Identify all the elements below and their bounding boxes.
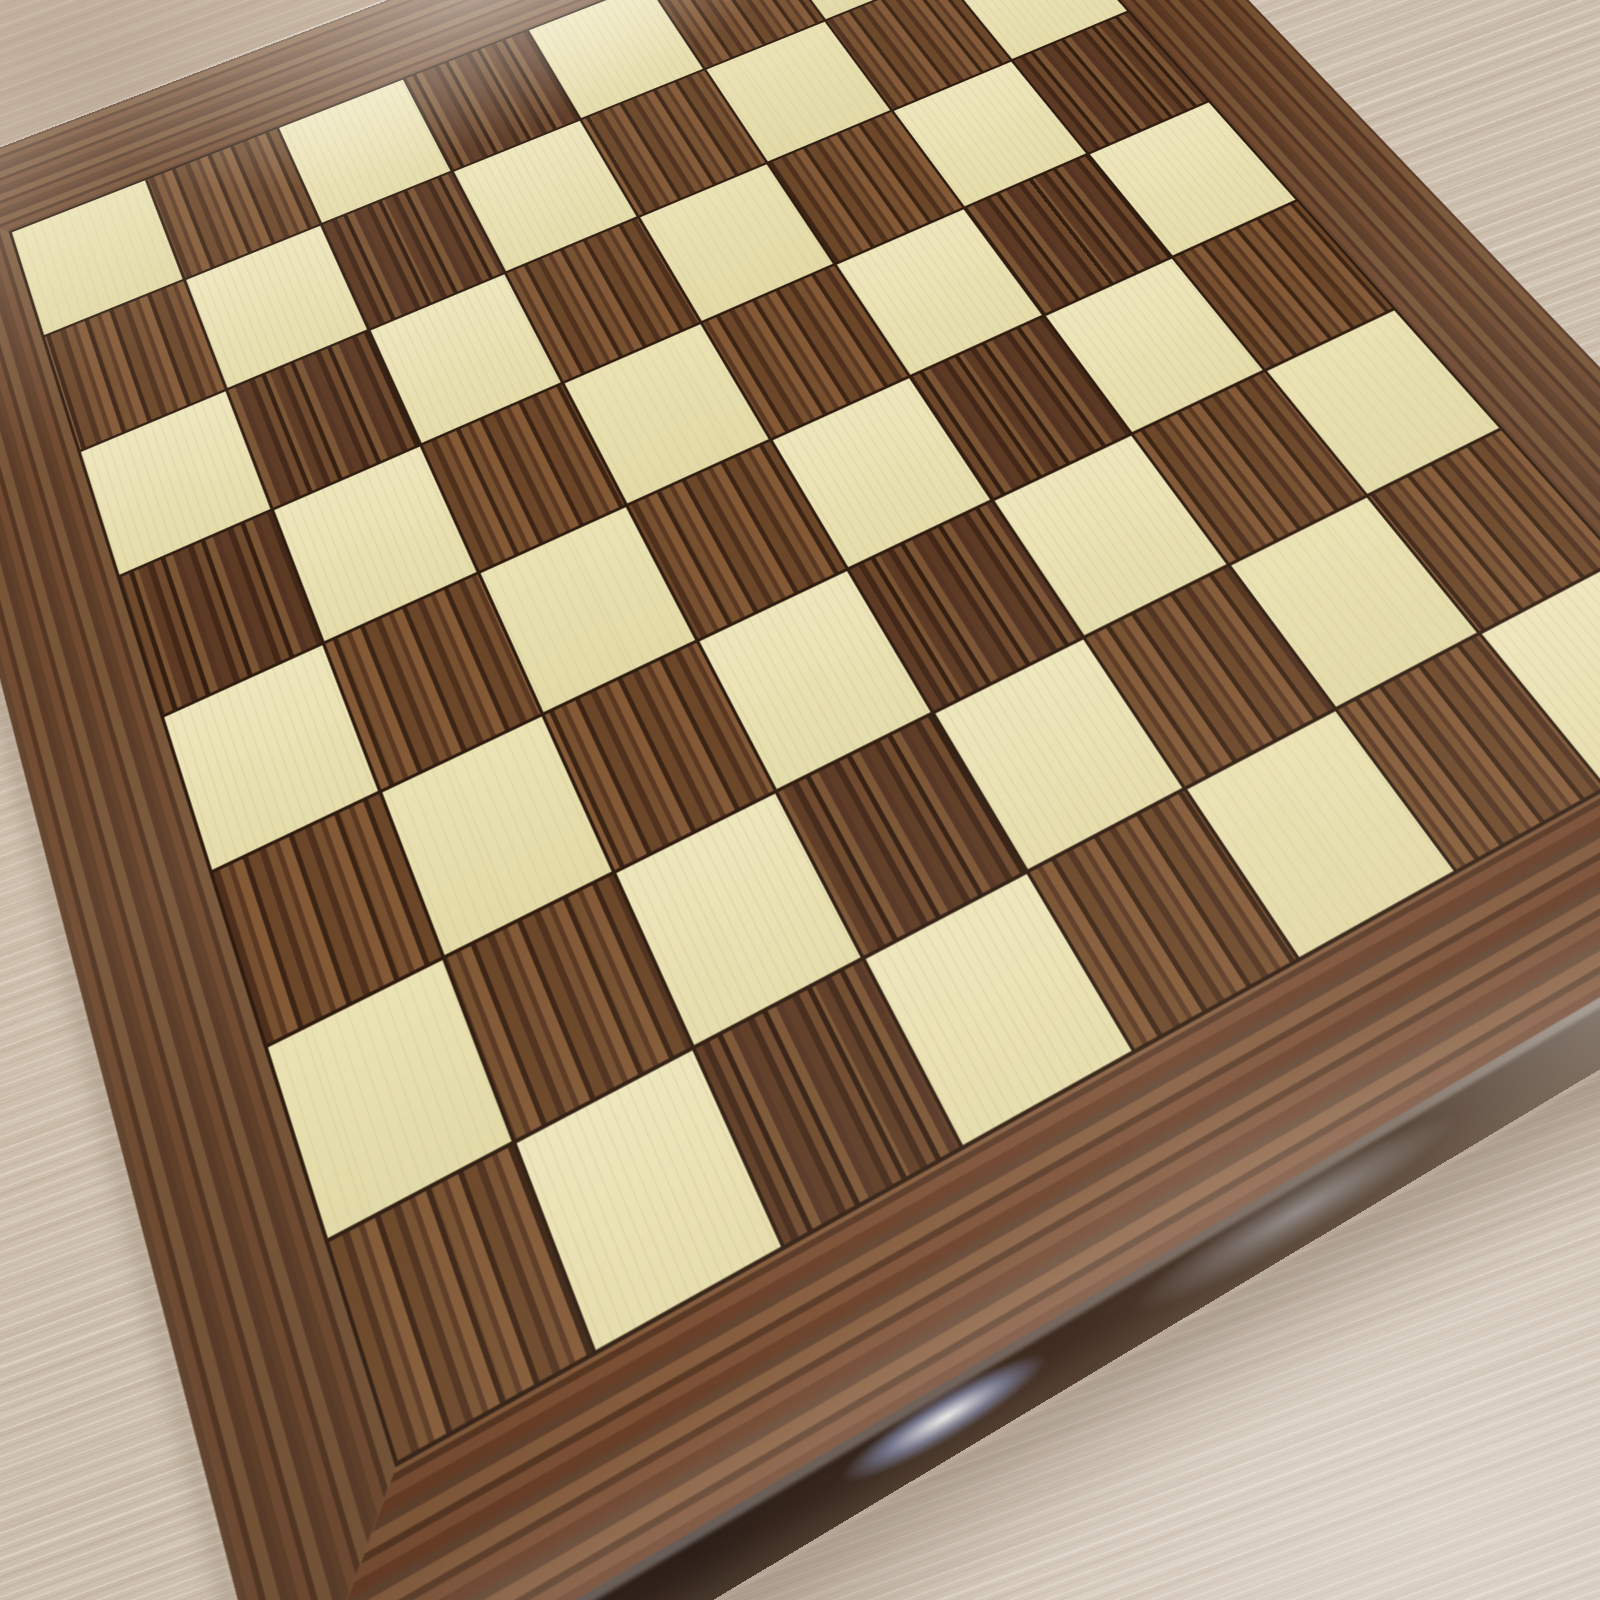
table-surface	[0, 0, 1600, 1600]
chess-board	[0, 0, 1600, 1600]
